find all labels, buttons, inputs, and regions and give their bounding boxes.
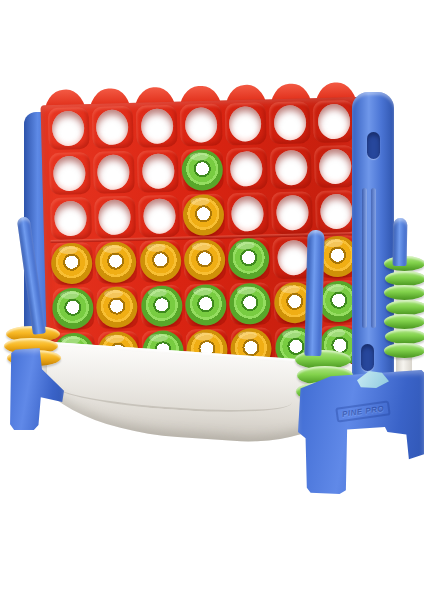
cell-r3c3[interactable]	[136, 193, 181, 239]
empty-slot	[274, 149, 307, 185]
embossed-logo: PINE PRO	[335, 400, 391, 422]
cell-r4c4[interactable]	[182, 236, 227, 282]
empty-slot	[319, 148, 352, 184]
green-disc	[185, 283, 227, 325]
front-right-ring-pole	[304, 230, 324, 356]
yellow-disc	[51, 242, 93, 284]
cell-r5c5[interactable]	[227, 280, 272, 326]
empty-slot	[143, 198, 176, 234]
cell-r2c2[interactable]	[91, 149, 136, 195]
empty-slot	[276, 194, 309, 230]
cell-r3c6[interactable]	[269, 189, 314, 235]
green-disc	[181, 148, 223, 190]
empty-slot	[229, 105, 262, 141]
cell-r5c3[interactable]	[139, 283, 184, 329]
cell-r3c2[interactable]	[92, 194, 137, 240]
empty-slot	[54, 200, 87, 236]
empty-slot	[96, 109, 129, 145]
post-groove	[362, 188, 367, 328]
cell-r5c4[interactable]	[183, 281, 228, 327]
yellow-disc	[139, 240, 181, 282]
green-ring	[385, 329, 424, 344]
post-slot-top	[367, 132, 380, 159]
far-right-ring-pole	[393, 218, 408, 266]
green-ring-stack-far-right	[384, 256, 424, 362]
cell-r3c4[interactable]	[181, 191, 226, 237]
green-ring	[385, 271, 424, 286]
green-disc	[52, 287, 94, 329]
empty-slot	[185, 107, 218, 143]
empty-slot	[98, 199, 131, 235]
cell-r4c2[interactable]	[93, 239, 138, 285]
cell-r1c7[interactable]	[311, 98, 356, 144]
empty-slot	[142, 153, 175, 189]
right-leg-assembly: PINE PRO	[298, 370, 424, 494]
yellow-disc	[96, 286, 138, 328]
cell-r2c7[interactable]	[312, 143, 357, 189]
green-disc	[229, 282, 271, 324]
cell-r2c5[interactable]	[224, 145, 269, 191]
empty-slot	[231, 195, 264, 231]
cell-r1c2[interactable]	[90, 104, 135, 150]
cell-r5c2[interactable]	[95, 284, 140, 330]
yellow-disc	[182, 193, 224, 235]
post-groove	[371, 188, 376, 328]
cell-r3c5[interactable]	[225, 190, 270, 236]
giant-connect-four-scene: PINE PRO	[0, 0, 424, 600]
green-disc	[228, 237, 270, 279]
empty-slot	[320, 193, 353, 229]
empty-slot	[52, 110, 85, 146]
cell-r1c1[interactable]	[46, 105, 91, 151]
cell-r3c1[interactable]	[48, 195, 93, 241]
cell-r1c3[interactable]	[134, 103, 179, 149]
green-ring	[384, 343, 424, 358]
empty-slot	[97, 154, 130, 190]
cell-r4c1[interactable]	[49, 240, 94, 286]
cell-r2c1[interactable]	[47, 150, 92, 196]
yellow-disc	[184, 238, 226, 280]
cell-r4c5[interactable]	[226, 235, 271, 281]
cell-r2c6[interactable]	[268, 144, 313, 190]
empty-slot	[317, 103, 350, 139]
cell-r1c6[interactable]	[267, 99, 312, 145]
empty-slot	[273, 104, 306, 140]
green-disc	[141, 285, 183, 327]
cell-r1c5[interactable]	[223, 100, 268, 146]
cell-r5c1[interactable]	[50, 285, 95, 331]
empty-slot	[230, 150, 263, 186]
cell-r1c4[interactable]	[178, 101, 223, 147]
cell-r4c3[interactable]	[138, 238, 183, 284]
tray-fabric-crease	[55, 372, 293, 418]
empty-slot	[140, 108, 173, 144]
empty-slot	[277, 239, 310, 275]
cell-r2c4[interactable]	[180, 146, 225, 192]
yellow-disc	[95, 241, 137, 283]
green-ring	[384, 314, 424, 329]
green-ring	[384, 285, 424, 300]
post-slot-bottom	[361, 344, 374, 371]
empty-slot	[53, 155, 86, 191]
cell-r2c3[interactable]	[135, 148, 180, 194]
green-ring	[386, 300, 424, 315]
